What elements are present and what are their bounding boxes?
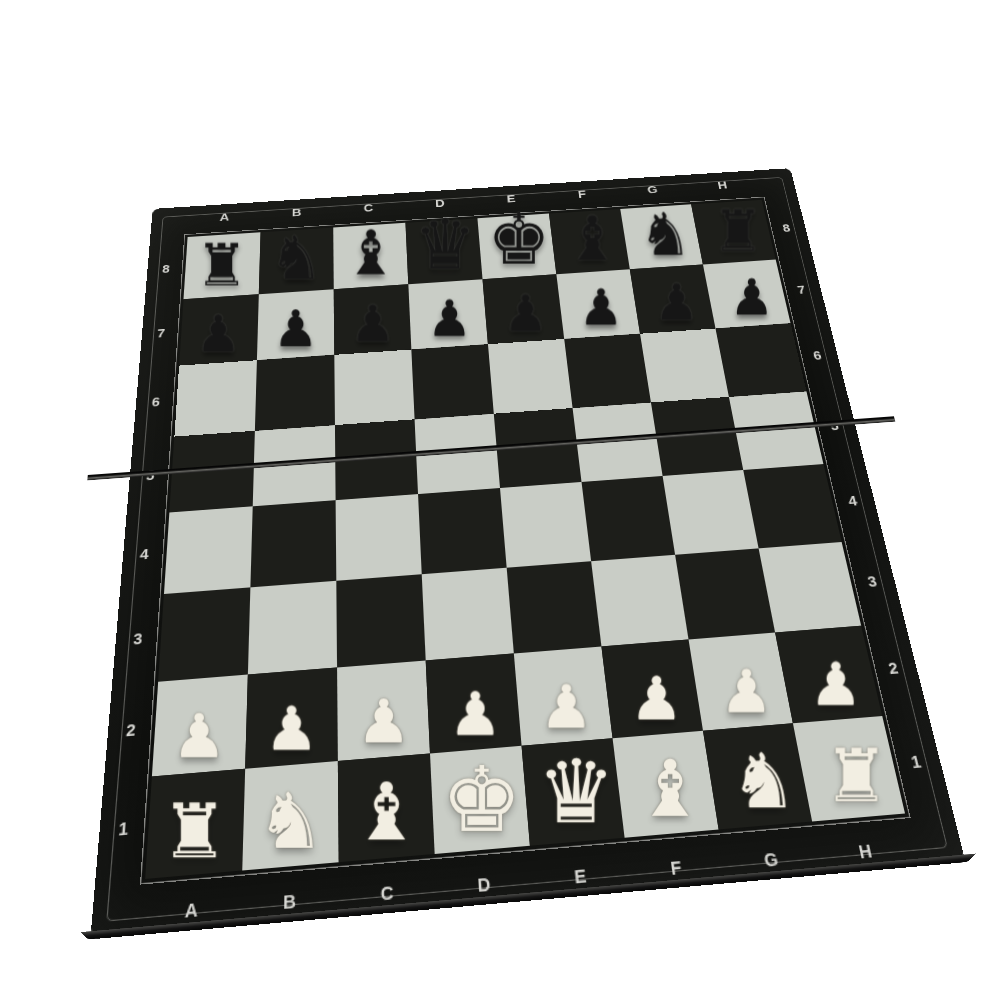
piece-black-pawn-e7[interactable]: ♟ bbox=[487, 288, 563, 338]
piece-white-pawn-b2[interactable]: ♟ bbox=[246, 699, 338, 760]
rank-label-left-6: 6 bbox=[141, 366, 172, 439]
rank-label-left-3: 3 bbox=[121, 595, 156, 685]
square-e6[interactable] bbox=[488, 339, 573, 414]
square-f2[interactable]: ♟ bbox=[601, 640, 703, 739]
piece-black-pawn-f7[interactable]: ♟ bbox=[563, 283, 639, 333]
rank-label-left-8: 8 bbox=[152, 237, 180, 301]
square-c8[interactable]: ♝ bbox=[333, 223, 408, 289]
square-g7[interactable]: ♟ bbox=[630, 264, 716, 333]
piece-white-queen-e1[interactable]: ♛ bbox=[529, 748, 624, 836]
square-a1[interactable]: ♜ bbox=[145, 769, 245, 879]
piece-black-rook-h8[interactable]: ♜ bbox=[701, 202, 774, 259]
square-e1[interactable]: ♛ bbox=[522, 738, 625, 845]
square-c4[interactable] bbox=[336, 494, 422, 581]
square-c7[interactable]: ♟ bbox=[334, 284, 412, 355]
square-f6[interactable] bbox=[564, 334, 651, 408]
square-f8[interactable]: ♝ bbox=[549, 209, 630, 274]
piece-white-bishop-f1[interactable]: ♝ bbox=[623, 750, 718, 828]
piece-white-pawn-e2[interactable]: ♟ bbox=[521, 677, 612, 737]
square-g8[interactable]: ♞ bbox=[620, 204, 703, 269]
square-c1[interactable]: ♝ bbox=[338, 753, 435, 862]
square-e2[interactable]: ♟ bbox=[514, 646, 613, 745]
piece-black-knight-b8[interactable]: ♞ bbox=[259, 229, 333, 289]
piece-white-rook-a1[interactable]: ♜ bbox=[146, 794, 242, 869]
square-f4[interactable] bbox=[582, 476, 676, 561]
square-b6[interactable] bbox=[255, 355, 335, 431]
piece-white-pawn-d2[interactable]: ♟ bbox=[430, 685, 521, 745]
square-e8[interactable]: ♚ bbox=[477, 214, 556, 280]
rank-label-left-7: 7 bbox=[147, 300, 176, 368]
file-label-top-h: H bbox=[687, 177, 759, 193]
square-g4[interactable] bbox=[663, 470, 759, 555]
square-a8[interactable]: ♜ bbox=[183, 232, 260, 299]
square-h3[interactable] bbox=[759, 542, 862, 633]
square-a4[interactable] bbox=[164, 506, 253, 594]
piece-white-rook-h1[interactable]: ♜ bbox=[810, 739, 904, 812]
piece-white-pawn-a2[interactable]: ♟ bbox=[153, 707, 245, 768]
piece-white-king-d1[interactable]: ♚ bbox=[434, 754, 529, 844]
square-b8[interactable]: ♞ bbox=[259, 228, 334, 295]
photo-background: ♜♞♝♛♚♝♞♜♟♟♟♟♟♟♟♟♟♟♟♟♟♟♟♟♜♞♝♚♛♝♞♜ AABBCCD… bbox=[0, 0, 1000, 1000]
square-b2[interactable]: ♟ bbox=[245, 668, 338, 769]
square-h7[interactable]: ♟ bbox=[703, 260, 791, 329]
rank-label-left-4: 4 bbox=[128, 513, 161, 597]
square-h4[interactable] bbox=[743, 464, 841, 548]
square-d7[interactable]: ♟ bbox=[408, 279, 488, 349]
piece-black-bishop-c8[interactable]: ♝ bbox=[334, 223, 408, 285]
board-scene: ♜♞♝♛♚♝♞♜♟♟♟♟♟♟♟♟♟♟♟♟♟♟♟♟♜♞♝♚♛♝♞♜ AABBCCD… bbox=[0, 0, 1000, 1000]
square-f1[interactable]: ♝ bbox=[613, 731, 719, 838]
square-e4[interactable] bbox=[500, 482, 591, 568]
square-c2[interactable]: ♟ bbox=[337, 660, 430, 761]
square-b4[interactable] bbox=[250, 500, 336, 587]
square-b1[interactable]: ♞ bbox=[242, 761, 339, 871]
square-d6[interactable] bbox=[411, 344, 493, 419]
file-label-top-b: B bbox=[261, 204, 333, 221]
square-d8[interactable]: ♛ bbox=[405, 218, 482, 284]
piece-black-pawn-h7[interactable]: ♟ bbox=[714, 273, 790, 323]
square-g1[interactable]: ♞ bbox=[703, 723, 812, 829]
file-label-top-f: F bbox=[546, 186, 618, 202]
square-b7[interactable]: ♟ bbox=[257, 289, 334, 360]
board-field: ♜♞♝♛♚♝♞♜♟♟♟♟♟♟♟♟♟♟♟♟♟♟♟♟♜♞♝♚♛♝♞♜ bbox=[145, 200, 905, 879]
file-label-top-c: C bbox=[333, 199, 405, 216]
piece-black-bishop-f8[interactable]: ♝ bbox=[555, 208, 629, 269]
square-d2[interactable]: ♟ bbox=[426, 653, 522, 753]
piece-white-bishop-c1[interactable]: ♝ bbox=[339, 773, 434, 852]
square-b3[interactable] bbox=[248, 581, 337, 675]
square-a2[interactable]: ♟ bbox=[152, 675, 248, 777]
file-label-top-a: A bbox=[188, 208, 261, 225]
piece-white-knight-b1[interactable]: ♞ bbox=[243, 784, 339, 861]
square-h8[interactable]: ♜ bbox=[691, 200, 776, 265]
square-e7[interactable]: ♟ bbox=[483, 274, 565, 344]
square-e3[interactable] bbox=[507, 561, 602, 653]
square-a3[interactable] bbox=[158, 587, 250, 681]
square-c6[interactable] bbox=[334, 350, 414, 426]
piece-black-knight-g8[interactable]: ♞ bbox=[629, 205, 703, 264]
square-g3[interactable] bbox=[675, 548, 775, 639]
piece-black-pawn-c7[interactable]: ♟ bbox=[334, 299, 411, 350]
square-a7[interactable]: ♟ bbox=[179, 294, 259, 365]
square-f7[interactable]: ♟ bbox=[556, 269, 640, 339]
piece-black-rook-a8[interactable]: ♜ bbox=[184, 236, 259, 294]
square-d4[interactable] bbox=[418, 488, 507, 574]
square-g6[interactable] bbox=[640, 329, 729, 403]
piece-black-pawn-g7[interactable]: ♟ bbox=[639, 278, 715, 328]
piece-black-pawn-d7[interactable]: ♟ bbox=[411, 294, 488, 344]
piece-white-pawn-h2[interactable]: ♟ bbox=[791, 655, 881, 714]
board-frame: ♜♞♝♛♚♝♞♜♟♟♟♟♟♟♟♟♟♟♟♟♟♟♟♟♜♞♝♚♛♝♞♜ AABBCCD… bbox=[90, 168, 965, 939]
square-a6[interactable] bbox=[174, 360, 257, 436]
piece-white-pawn-g2[interactable]: ♟ bbox=[701, 663, 792, 723]
piece-black-king-e8[interactable]: ♚ bbox=[482, 204, 556, 274]
piece-white-knight-g1[interactable]: ♞ bbox=[717, 744, 811, 820]
piece-white-pawn-f2[interactable]: ♟ bbox=[611, 670, 702, 730]
square-h6[interactable] bbox=[715, 323, 806, 397]
square-d3[interactable] bbox=[422, 568, 514, 661]
piece-white-pawn-c2[interactable]: ♟ bbox=[338, 692, 430, 752]
rank-label-left-2: 2 bbox=[113, 682, 149, 779]
square-c3[interactable] bbox=[336, 574, 425, 667]
piece-black-pawn-b7[interactable]: ♟ bbox=[257, 304, 334, 355]
piece-black-pawn-a7[interactable]: ♟ bbox=[180, 309, 257, 360]
square-f3[interactable] bbox=[591, 555, 688, 647]
rank-label-left-1: 1 bbox=[105, 777, 143, 882]
file-label-top-g: G bbox=[617, 181, 689, 197]
square-d1[interactable]: ♚ bbox=[430, 746, 530, 854]
piece-black-queen-d8[interactable]: ♛ bbox=[408, 211, 482, 280]
